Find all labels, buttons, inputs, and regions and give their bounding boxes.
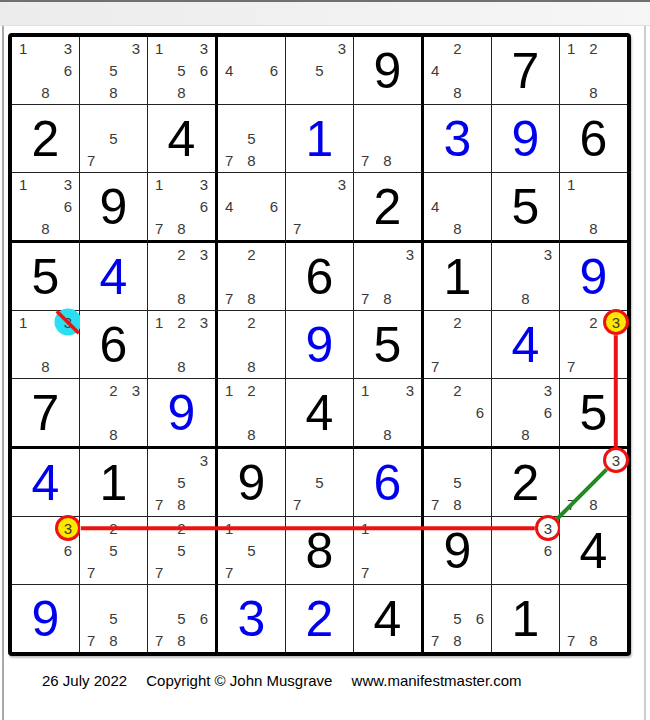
cell-r8c1[interactable]: 36: [12, 517, 80, 585]
candidate-2: 2: [240, 379, 262, 401]
given-digit: 4: [306, 388, 334, 438]
cell-r6c9[interactable]: 5: [560, 379, 627, 449]
cell-r5c1[interactable]: 138: [12, 311, 80, 379]
cell-r9c1[interactable]: 9: [12, 585, 80, 652]
cell-r8c7[interactable]: 9: [424, 517, 492, 585]
cell-r8c2[interactable]: 257: [80, 517, 148, 585]
empty-candidate-slot: [218, 311, 240, 333]
empty-candidate-slot: [102, 562, 124, 584]
empty-candidate-slot: [376, 539, 398, 561]
candidate-3: 3: [193, 37, 215, 59]
candidate-7: 7: [80, 150, 102, 172]
candidate-8: 8: [514, 424, 536, 446]
candidate-8: 8: [102, 82, 124, 104]
candidate-3-yellow-circle: 3: [605, 311, 627, 333]
given-digit: 2: [374, 182, 402, 232]
cell-r1c8[interactable]: 7: [492, 37, 560, 105]
cell-r2c7[interactable]: 3: [424, 105, 492, 173]
page-right-border: [644, 0, 646, 720]
empty-candidate-slot: [605, 218, 627, 240]
cell-r8c9[interactable]: 4: [560, 517, 627, 585]
given-digit: 7: [32, 388, 60, 438]
cell-r8c3[interactable]: 257: [148, 517, 218, 585]
empty-candidate-slot: [148, 195, 170, 217]
cell-r3c1[interactable]: 1368: [12, 173, 80, 243]
cell-r2c3[interactable]: 4: [148, 105, 218, 173]
empty-candidate-slot: [286, 449, 308, 471]
candidate-8: 8: [582, 218, 604, 240]
candidate-2: 2: [446, 37, 468, 59]
empty-candidate-slot: [469, 424, 491, 446]
cell-r6c2[interactable]: 238: [80, 379, 148, 449]
empty-candidate-slot: [80, 401, 102, 423]
empty-candidate-slot: [170, 449, 192, 471]
empty-candidate-slot: [240, 517, 262, 539]
cell-r7c3[interactable]: 3578: [148, 449, 218, 517]
cell-r9c4[interactable]: 3: [218, 585, 286, 652]
cell-r2c1[interactable]: 2: [12, 105, 80, 173]
cell-r7c5[interactable]: 57: [286, 449, 354, 517]
candidate-2: 2: [170, 243, 192, 265]
empty-candidate-slot: [399, 150, 421, 172]
cell-r3c9[interactable]: 18: [560, 173, 627, 243]
cell-r8c8[interactable]: 36: [492, 517, 560, 585]
empty-candidate-slot: [354, 243, 376, 265]
empty-candidate-slot: [424, 333, 446, 355]
cell-r5c7[interactable]: 27: [424, 311, 492, 379]
cell-r3c7[interactable]: 48: [424, 173, 492, 243]
empty-candidate-slot: [469, 471, 491, 493]
empty-candidate-slot: [12, 562, 34, 584]
empty-candidate-slot: [34, 539, 56, 561]
cell-r6c6[interactable]: 138: [354, 379, 424, 449]
empty-candidate-slot: [537, 288, 559, 310]
cell-r6c1[interactable]: 7: [12, 379, 80, 449]
empty-candidate-slot: [446, 449, 468, 471]
candidate-grid: 3578: [148, 449, 215, 516]
empty-candidate-slot: [354, 265, 376, 287]
empty-candidate-slot: [80, 424, 102, 446]
candidate-8: 8: [582, 82, 604, 104]
empty-candidate-slot: [57, 356, 79, 378]
candidate-5: 5: [308, 471, 330, 493]
candidate-grid: 1368: [12, 37, 79, 104]
empty-candidate-slot: [492, 379, 514, 401]
empty-candidate-slot: [514, 517, 536, 539]
candidate-2: 2: [240, 311, 262, 333]
empty-candidate-slot: [34, 333, 56, 355]
cell-r1c7[interactable]: 248: [424, 37, 492, 105]
cell-r4c6[interactable]: 378: [354, 243, 424, 311]
cell-r6c5[interactable]: 4: [286, 379, 354, 449]
empty-candidate-slot: [560, 59, 582, 81]
empty-candidate-slot: [263, 265, 285, 287]
candidate-2: 2: [446, 311, 468, 333]
cell-r8c4[interactable]: 157: [218, 517, 286, 585]
empty-candidate-slot: [308, 37, 330, 59]
empty-candidate-slot: [80, 585, 102, 607]
empty-candidate-slot: [148, 82, 170, 104]
empty-candidate-slot: [12, 195, 34, 217]
empty-candidate-slot: [148, 449, 170, 471]
cell-r7c9[interactable]: 378: [560, 449, 627, 517]
empty-candidate-slot: [560, 333, 582, 355]
candidate-grid: 13568: [148, 37, 215, 104]
cell-r1c6[interactable]: 9: [354, 37, 424, 105]
candidate-5: 5: [102, 127, 124, 149]
empty-candidate-slot: [80, 82, 102, 104]
cell-r2c2[interactable]: 57: [80, 105, 148, 173]
cell-r7c6[interactable]: 6: [354, 449, 424, 517]
given-digit: 6: [100, 320, 128, 370]
empty-candidate-slot: [148, 288, 170, 310]
cell-r1c1[interactable]: 1368: [12, 37, 80, 105]
cell-r4c9[interactable]: 9: [560, 243, 627, 311]
empty-candidate-slot: [170, 37, 192, 59]
empty-candidate-slot: [424, 607, 446, 629]
empty-candidate-slot: [193, 265, 215, 287]
solved-digit: 3: [238, 594, 266, 644]
empty-candidate-slot: [57, 82, 79, 104]
candidate-2: 2: [446, 379, 468, 401]
empty-candidate-slot: [308, 195, 330, 217]
candidate-7: 7: [218, 288, 240, 310]
candidate-3: 3: [331, 37, 353, 59]
empty-candidate-slot: [218, 401, 240, 423]
candidate-6: 6: [263, 195, 285, 217]
empty-candidate-slot: [560, 82, 582, 104]
candidate-8: 8: [240, 424, 262, 446]
empty-candidate-slot: [492, 424, 514, 446]
cell-r6c3[interactable]: 9: [148, 379, 218, 449]
candidate-8: 8: [34, 356, 56, 378]
empty-candidate-slot: [605, 471, 627, 493]
empty-candidate-slot: [424, 218, 446, 240]
candidate-3: 3: [537, 243, 559, 265]
empty-candidate-slot: [193, 288, 215, 310]
empty-candidate-slot: [240, 265, 262, 287]
empty-candidate-slot: [514, 379, 536, 401]
cell-r1c4[interactable]: 46: [218, 37, 286, 105]
cell-r5c8[interactable]: 4: [492, 311, 560, 379]
empty-candidate-slot: [125, 424, 147, 446]
cell-r3c4[interactable]: 46: [218, 173, 286, 243]
empty-candidate-slot: [560, 195, 582, 217]
empty-candidate-slot: [125, 607, 147, 629]
empty-candidate-slot: [424, 449, 446, 471]
empty-candidate-slot: [125, 562, 147, 584]
given-digit: 4: [580, 526, 608, 576]
candidate-8: 8: [34, 218, 56, 240]
empty-candidate-slot: [148, 585, 170, 607]
empty-candidate-slot: [582, 356, 604, 378]
candidate-7: 7: [286, 494, 308, 516]
empty-candidate-slot: [240, 105, 262, 127]
candidate-3: 3: [399, 379, 421, 401]
cell-r1c2[interactable]: 358: [80, 37, 148, 105]
solved-digit: 2: [306, 594, 334, 644]
candidate-5: 5: [170, 539, 192, 561]
candidate-3-cyan-strike: 3: [57, 311, 79, 333]
cell-r5c6[interactable]: 5: [354, 311, 424, 379]
empty-candidate-slot: [218, 218, 240, 240]
empty-candidate-slot: [170, 562, 192, 584]
empty-candidate-slot: [193, 218, 215, 240]
empty-candidate-slot: [218, 173, 240, 195]
empty-candidate-slot: [80, 539, 102, 561]
cell-r2c5[interactable]: 1: [286, 105, 354, 173]
candidate-grid: 157: [218, 517, 285, 584]
empty-candidate-slot: [605, 585, 627, 607]
empty-candidate-slot: [514, 539, 536, 561]
given-digit: 4: [374, 594, 402, 644]
cell-r9c8[interactable]: 1: [492, 585, 560, 652]
cell-r5c2[interactable]: 6: [80, 311, 148, 379]
candidate-grid: 578: [80, 585, 147, 652]
candidate-6: 6: [193, 195, 215, 217]
cell-r3c3[interactable]: 13678: [148, 173, 218, 243]
cell-r4c8[interactable]: 38: [492, 243, 560, 311]
candidate-8: 8: [170, 288, 192, 310]
empty-candidate-slot: [102, 150, 124, 172]
empty-candidate-slot: [399, 401, 421, 423]
candidate-grid: 46: [218, 37, 285, 104]
cell-r6c7[interactable]: 26: [424, 379, 492, 449]
candidate-3: 3: [193, 173, 215, 195]
candidate-6: 6: [57, 195, 79, 217]
empty-candidate-slot: [12, 356, 34, 378]
candidate-grid: 128: [218, 379, 285, 446]
cell-r5c4[interactable]: 28: [218, 311, 286, 379]
cell-r1c9[interactable]: 128: [560, 37, 627, 105]
empty-candidate-slot: [170, 585, 192, 607]
candidate-grid: 13678: [148, 173, 215, 240]
empty-candidate-slot: [286, 82, 308, 104]
candidate-grid: 237: [560, 311, 627, 378]
solved-digit: 9: [512, 114, 540, 164]
candidate-7: 7: [424, 356, 446, 378]
candidate-8: 8: [240, 356, 262, 378]
cell-r4c1[interactable]: 5: [12, 243, 80, 311]
cell-r9c5[interactable]: 2: [286, 585, 354, 652]
cell-r1c3[interactable]: 13568: [148, 37, 218, 105]
cell-r6c4[interactable]: 128: [218, 379, 286, 449]
cell-r5c3[interactable]: 1238: [148, 311, 218, 379]
candidate-7: 7: [354, 562, 376, 584]
empty-candidate-slot: [218, 243, 240, 265]
candidate-1: 1: [12, 37, 34, 59]
cell-r3c6[interactable]: 2: [354, 173, 424, 243]
candidate-2: 2: [582, 311, 604, 333]
candidate-5: 5: [170, 607, 192, 629]
empty-candidate-slot: [354, 539, 376, 561]
footer: 26 July 2022 Copyright © John Musgrave w…: [42, 672, 537, 689]
cell-r2c8[interactable]: 9: [492, 105, 560, 173]
empty-candidate-slot: [424, 173, 446, 195]
cell-r7c7[interactable]: 578: [424, 449, 492, 517]
candidate-7: 7: [286, 218, 308, 240]
empty-candidate-slot: [263, 150, 285, 172]
cell-r9c3[interactable]: 5678: [148, 585, 218, 652]
empty-candidate-slot: [148, 539, 170, 561]
cell-r8c5[interactable]: 8: [286, 517, 354, 585]
cell-r5c9[interactable]: 237: [560, 311, 627, 379]
empty-candidate-slot: [263, 539, 285, 561]
cell-r7c2[interactable]: 1: [80, 449, 148, 517]
candidate-1: 1: [148, 311, 170, 333]
empty-candidate-slot: [376, 401, 398, 423]
cell-r7c1[interactable]: 4: [12, 449, 80, 517]
empty-candidate-slot: [308, 173, 330, 195]
empty-candidate-slot: [193, 630, 215, 652]
cell-r9c6[interactable]: 4: [354, 585, 424, 652]
given-digit: 9: [100, 182, 128, 232]
empty-candidate-slot: [537, 562, 559, 584]
candidate-6: 6: [263, 59, 285, 81]
empty-candidate-slot: [80, 127, 102, 149]
candidate-8: 8: [240, 150, 262, 172]
empty-candidate-slot: [125, 539, 147, 561]
empty-candidate-slot: [263, 127, 285, 149]
candidate-2: 2: [240, 243, 262, 265]
empty-candidate-slot: [193, 517, 215, 539]
cell-r4c5[interactable]: 6: [286, 243, 354, 311]
candidate-5: 5: [102, 539, 124, 561]
cell-r2c9[interactable]: 6: [560, 105, 627, 173]
given-digit: 6: [306, 252, 334, 302]
candidate-8: 8: [34, 82, 56, 104]
cell-r5c5[interactable]: 9: [286, 311, 354, 379]
empty-candidate-slot: [605, 630, 627, 652]
empty-candidate-slot: [80, 37, 102, 59]
empty-candidate-slot: [446, 195, 468, 217]
empty-candidate-slot: [263, 311, 285, 333]
cell-r4c2[interactable]: 4: [80, 243, 148, 311]
empty-candidate-slot: [125, 82, 147, 104]
candidate-7: 7: [354, 288, 376, 310]
candidate-7: 7: [424, 494, 446, 516]
candidate-7: 7: [424, 630, 446, 652]
empty-candidate-slot: [514, 243, 536, 265]
empty-candidate-slot: [582, 195, 604, 217]
empty-candidate-slot: [424, 82, 446, 104]
cell-r3c8[interactable]: 5: [492, 173, 560, 243]
cell-r3c5[interactable]: 37: [286, 173, 354, 243]
candidate-grid: 18: [560, 173, 627, 240]
candidate-8: 8: [170, 82, 192, 104]
cell-r2c6[interactable]: 78: [354, 105, 424, 173]
cell-r8c6[interactable]: 17: [354, 517, 424, 585]
empty-candidate-slot: [514, 562, 536, 584]
empty-candidate-slot: [12, 59, 34, 81]
empty-candidate-slot: [125, 401, 147, 423]
empty-candidate-slot: [170, 333, 192, 355]
solved-digit: 6: [374, 458, 402, 508]
empty-candidate-slot: [446, 401, 468, 423]
candidate-7: 7: [148, 562, 170, 584]
empty-candidate-slot: [263, 82, 285, 104]
empty-candidate-slot: [492, 265, 514, 287]
candidate-5: 5: [170, 59, 192, 81]
candidate-grid: 1238: [148, 311, 215, 378]
empty-candidate-slot: [605, 82, 627, 104]
candidate-3: 3: [57, 173, 79, 195]
empty-candidate-slot: [560, 607, 582, 629]
empty-candidate-slot: [240, 195, 262, 217]
empty-candidate-slot: [399, 539, 421, 561]
empty-candidate-slot: [263, 288, 285, 310]
candidate-2: 2: [170, 311, 192, 333]
window-top-bar: [0, 0, 650, 26]
empty-candidate-slot: [286, 59, 308, 81]
cell-r4c7[interactable]: 1: [424, 243, 492, 311]
candidate-1: 1: [148, 37, 170, 59]
candidate-2: 2: [170, 517, 192, 539]
candidate-grid: 257: [148, 517, 215, 584]
empty-candidate-slot: [240, 37, 262, 59]
solved-digit: 3: [444, 114, 472, 164]
solved-digit: 1: [306, 114, 334, 164]
footer-website[interactable]: www.manifestmaster.com: [352, 672, 522, 689]
empty-candidate-slot: [469, 585, 491, 607]
empty-candidate-slot: [286, 37, 308, 59]
cell-r3c2[interactable]: 9: [80, 173, 148, 243]
candidate-3: 3: [193, 243, 215, 265]
empty-candidate-slot: [469, 449, 491, 471]
cell-r1c5[interactable]: 35: [286, 37, 354, 105]
cell-r7c4[interactable]: 9: [218, 449, 286, 517]
cell-r9c2[interactable]: 578: [80, 585, 148, 652]
empty-candidate-slot: [424, 311, 446, 333]
empty-candidate-slot: [240, 173, 262, 195]
empty-candidate-slot: [263, 379, 285, 401]
empty-candidate-slot: [263, 562, 285, 584]
cell-r4c3[interactable]: 238: [148, 243, 218, 311]
empty-candidate-slot: [331, 82, 353, 104]
candidate-8: 8: [446, 218, 468, 240]
cell-r7c8[interactable]: 2: [492, 449, 560, 517]
empty-candidate-slot: [170, 265, 192, 287]
given-digit: 5: [32, 252, 60, 302]
candidate-5: 5: [446, 607, 468, 629]
empty-candidate-slot: [148, 517, 170, 539]
empty-candidate-slot: [34, 59, 56, 81]
given-digit: 9: [444, 526, 472, 576]
empty-candidate-slot: [376, 517, 398, 539]
cell-r4c4[interactable]: 278: [218, 243, 286, 311]
candidate-8: 8: [170, 494, 192, 516]
candidate-6: 6: [193, 607, 215, 629]
empty-candidate-slot: [331, 471, 353, 493]
cell-r9c7[interactable]: 5678: [424, 585, 492, 652]
empty-candidate-slot: [102, 105, 124, 127]
candidate-5: 5: [102, 607, 124, 629]
empty-candidate-slot: [469, 82, 491, 104]
candidate-grid: 37: [286, 173, 353, 240]
solved-digit: 9: [168, 388, 196, 438]
empty-candidate-slot: [57, 218, 79, 240]
cell-r6c8[interactable]: 368: [492, 379, 560, 449]
solved-digit: 9: [32, 594, 60, 644]
cell-r9c9[interactable]: 78: [560, 585, 627, 652]
candidate-7: 7: [148, 218, 170, 240]
empty-candidate-slot: [308, 218, 330, 240]
empty-candidate-slot: [605, 333, 627, 355]
candidate-4: 4: [424, 59, 446, 81]
candidate-7: 7: [80, 562, 102, 584]
cell-r2c4[interactable]: 578: [218, 105, 286, 173]
empty-candidate-slot: [193, 471, 215, 493]
